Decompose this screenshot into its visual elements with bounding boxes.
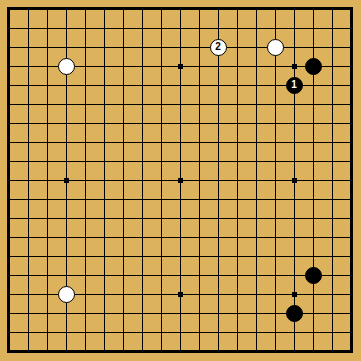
white-stone xyxy=(58,286,75,303)
black-stone-move-1: 1 xyxy=(286,77,303,94)
move-number-label: 1 xyxy=(291,80,297,90)
hoshi-point xyxy=(178,178,183,183)
white-stone xyxy=(58,58,75,75)
hoshi-point xyxy=(178,292,183,297)
black-stone xyxy=(286,305,303,322)
white-stone xyxy=(267,39,284,56)
hoshi-point xyxy=(292,178,297,183)
go-board: 21 xyxy=(0,0,361,361)
move-number-label: 2 xyxy=(215,42,221,52)
hoshi-point xyxy=(178,64,183,69)
black-stone xyxy=(305,267,322,284)
hoshi-point xyxy=(292,292,297,297)
board-intersections-grid: 21 xyxy=(0,0,361,361)
black-stone xyxy=(305,58,322,75)
hoshi-point xyxy=(64,178,69,183)
white-stone-move-2: 2 xyxy=(210,39,227,56)
hoshi-point xyxy=(292,64,297,69)
